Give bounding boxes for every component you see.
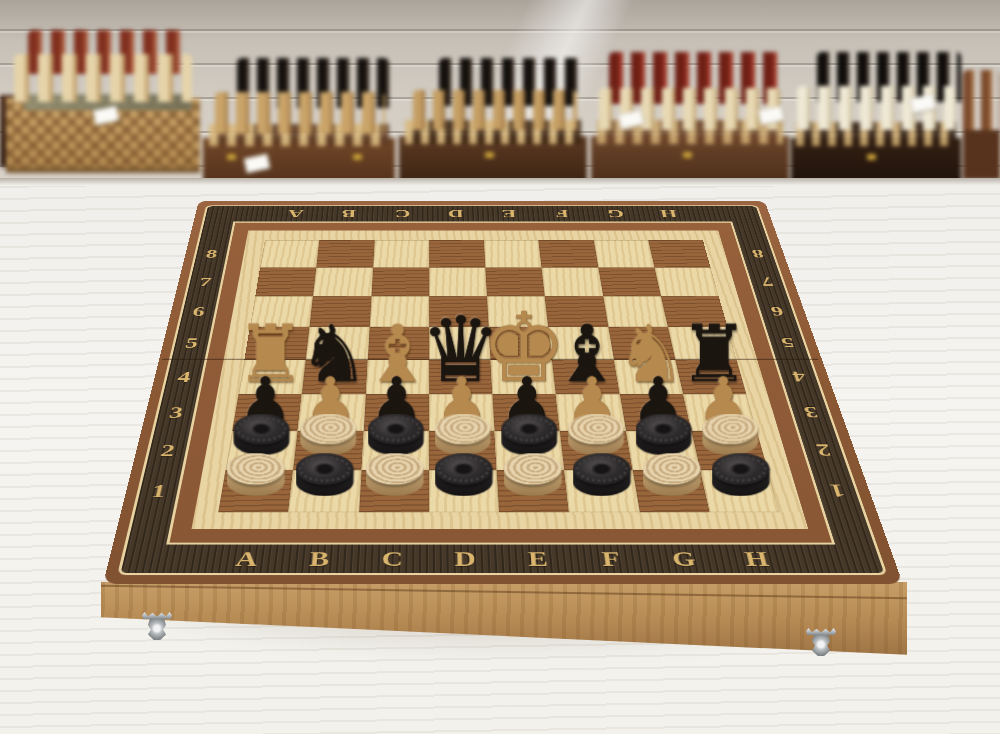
file-label-top-0: A bbox=[287, 207, 304, 220]
checker-dark-a2 bbox=[234, 413, 290, 454]
folding-chess-board: ABCDEFGH ABCDEFGH 87654321 87654321 ♜♞♝♛… bbox=[103, 201, 903, 584]
file-label-top-3: D bbox=[448, 207, 464, 220]
rank-label-right-5: 3 bbox=[801, 403, 820, 422]
rank-label-left-6: 2 bbox=[159, 440, 177, 460]
checker-light-g1 bbox=[642, 453, 700, 496]
checker-top-face bbox=[234, 413, 290, 444]
square-a8 bbox=[260, 240, 319, 267]
rank-label-right-7: 1 bbox=[826, 480, 847, 502]
file-label-top-cell-2: C bbox=[375, 206, 429, 221]
square-b1 bbox=[288, 470, 361, 512]
file-label-top-cell-1: B bbox=[322, 206, 377, 221]
square-a1 bbox=[218, 470, 293, 512]
checker-dark-e2 bbox=[501, 413, 557, 454]
square-d1 bbox=[429, 470, 499, 512]
checker-dark-d1 bbox=[435, 453, 493, 496]
square-d8 bbox=[429, 240, 485, 267]
square-a7 bbox=[255, 268, 316, 297]
checker-top-face bbox=[642, 453, 700, 485]
checker-top-face bbox=[573, 453, 631, 485]
file-label-top-1: B bbox=[341, 207, 356, 220]
clasp-hinge-plate bbox=[142, 612, 172, 619]
photo-chess-shop-scene: ABCDEFGH ABCDEFGH 87654321 87654321 ♜♞♝♛… bbox=[0, 0, 1000, 734]
file-label-top-2: C bbox=[394, 207, 410, 220]
checker-top-face bbox=[504, 453, 562, 485]
file-label-top-cell-0: A bbox=[268, 206, 323, 221]
clasp-pendant bbox=[812, 635, 830, 656]
file-label-top-cell-4: E bbox=[482, 206, 537, 221]
file-label-top-cell-6: G bbox=[588, 206, 644, 221]
square-h8 bbox=[648, 240, 710, 267]
rank-label-left-5: 3 bbox=[168, 403, 185, 422]
square-h1 bbox=[700, 470, 780, 512]
checker-top-face bbox=[367, 413, 423, 444]
checker-dark-g2 bbox=[635, 413, 691, 454]
checker-top-face bbox=[227, 453, 285, 485]
checker-light-c1 bbox=[365, 453, 423, 496]
square-f8 bbox=[539, 240, 598, 267]
rank-label-left-cell-4: 4 bbox=[163, 359, 204, 394]
file-label-top-cell-3: D bbox=[429, 206, 483, 221]
square-g1 bbox=[632, 470, 709, 512]
rank-label-left-4: 4 bbox=[176, 368, 193, 386]
checker-dark-f1 bbox=[573, 453, 631, 496]
square-g7 bbox=[598, 268, 661, 297]
file-label-top-cell-7: H bbox=[640, 206, 697, 221]
rank-label-right-4: 4 bbox=[789, 368, 808, 386]
file-label-top-4: E bbox=[501, 207, 516, 220]
rank-label-right-0: 8 bbox=[750, 247, 766, 261]
square-b7 bbox=[313, 268, 373, 297]
rank-label-left-cell-2: 6 bbox=[179, 296, 218, 327]
checker-light-f2 bbox=[568, 413, 624, 454]
rank-label-left-0: 8 bbox=[204, 247, 218, 261]
square-g8 bbox=[593, 240, 654, 267]
checker-dark-c2 bbox=[367, 413, 423, 454]
checker-top-face bbox=[702, 413, 758, 444]
checker-top-face bbox=[635, 413, 691, 444]
checker-dark-h1 bbox=[712, 453, 770, 496]
square-d7 bbox=[429, 268, 487, 297]
clasp-left bbox=[142, 612, 172, 640]
checker-top-face bbox=[712, 453, 770, 485]
rank-label-left-1: 7 bbox=[198, 274, 213, 289]
checker-light-h2 bbox=[702, 413, 758, 454]
rank-label-left-cell-1: 7 bbox=[187, 268, 224, 297]
checker-top-face bbox=[435, 453, 493, 485]
checker-light-d2 bbox=[434, 413, 490, 454]
checker-top-face bbox=[434, 413, 490, 444]
rank-label-right-1: 7 bbox=[759, 274, 776, 289]
rank-label-left-2: 6 bbox=[191, 304, 206, 320]
checker-top-face bbox=[296, 453, 354, 485]
file-label-top-5: F bbox=[555, 207, 570, 220]
checker-top-face bbox=[301, 413, 357, 444]
square-h7 bbox=[654, 268, 718, 297]
square-e1 bbox=[497, 470, 570, 512]
file-label-top-cell-5: F bbox=[535, 206, 590, 221]
rank-label-right-2: 6 bbox=[768, 304, 785, 320]
checker-dark-b1 bbox=[296, 453, 354, 496]
checker-light-b2 bbox=[301, 413, 357, 454]
clasp-right bbox=[806, 628, 836, 656]
square-b8 bbox=[316, 240, 374, 267]
rank-label-left-cell-3: 5 bbox=[171, 327, 211, 359]
checker-light-e1 bbox=[504, 453, 562, 496]
square-c7 bbox=[371, 268, 429, 297]
checker-top-face bbox=[501, 413, 557, 444]
rank-label-left-cell-0: 8 bbox=[193, 240, 229, 267]
rank-label-right-3: 5 bbox=[779, 335, 797, 352]
square-f1 bbox=[564, 470, 639, 512]
square-c1 bbox=[359, 470, 429, 512]
square-c8 bbox=[373, 240, 429, 267]
rank-label-left-3: 5 bbox=[184, 335, 200, 352]
checker-top-face bbox=[365, 453, 423, 485]
file-labels-top: ABCDEFGH bbox=[268, 206, 698, 221]
file-label-top-6: G bbox=[606, 207, 625, 220]
clasp-pendant bbox=[148, 619, 166, 640]
checker-light-a1 bbox=[227, 453, 285, 496]
checker-top-face bbox=[568, 413, 624, 444]
square-e8 bbox=[484, 240, 542, 267]
file-label-top-7: H bbox=[659, 207, 679, 220]
rank-label-right-6: 2 bbox=[813, 440, 833, 460]
clasp-hinge-plate bbox=[806, 628, 836, 635]
